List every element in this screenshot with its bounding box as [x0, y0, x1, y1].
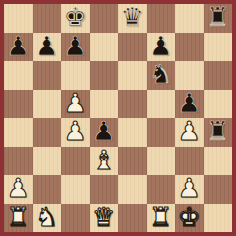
piece-black-knight[interactable]: ♞ [149, 61, 172, 87]
square-f6[interactable]: ♞ [147, 61, 176, 90]
square-a2[interactable]: ♟ [4, 175, 33, 204]
square-h5[interactable] [204, 90, 233, 119]
square-d1[interactable]: ♛ [90, 204, 119, 233]
chess-board: ♚♛♜♟♟♟♟♞♟♟♟♟♟♜♝♟♟♜♞♛♜♚ [4, 4, 232, 232]
piece-white-pawn[interactable]: ♟ [178, 175, 201, 201]
square-e5[interactable] [118, 90, 147, 119]
square-b5[interactable] [33, 90, 62, 119]
square-c6[interactable] [61, 61, 90, 90]
square-g1[interactable]: ♚ [175, 204, 204, 233]
square-f8[interactable] [147, 4, 176, 33]
piece-white-king[interactable]: ♚ [178, 204, 201, 230]
piece-black-rook[interactable]: ♜ [206, 4, 229, 30]
square-g6[interactable] [175, 61, 204, 90]
square-b8[interactable] [33, 4, 62, 33]
square-e2[interactable] [118, 175, 147, 204]
piece-white-pawn[interactable]: ♟ [7, 175, 30, 201]
square-h8[interactable]: ♜ [204, 4, 233, 33]
square-b3[interactable] [33, 147, 62, 176]
square-h3[interactable] [204, 147, 233, 176]
piece-black-king[interactable]: ♚ [64, 4, 87, 30]
square-c8[interactable]: ♚ [61, 4, 90, 33]
square-e6[interactable] [118, 61, 147, 90]
piece-white-pawn[interactable]: ♟ [64, 118, 87, 144]
square-d7[interactable] [90, 33, 119, 62]
square-b2[interactable] [33, 175, 62, 204]
square-d2[interactable] [90, 175, 119, 204]
square-e1[interactable] [118, 204, 147, 233]
square-b7[interactable]: ♟ [33, 33, 62, 62]
piece-black-pawn[interactable]: ♟ [7, 33, 30, 59]
square-e8[interactable]: ♛ [118, 4, 147, 33]
piece-black-queen[interactable]: ♛ [121, 4, 144, 30]
square-c7[interactable]: ♟ [61, 33, 90, 62]
square-a1[interactable]: ♜ [4, 204, 33, 233]
square-c4[interactable]: ♟ [61, 118, 90, 147]
piece-white-rook[interactable]: ♜ [7, 204, 30, 230]
piece-black-rook[interactable]: ♜ [206, 118, 229, 144]
square-g7[interactable] [175, 33, 204, 62]
square-h1[interactable] [204, 204, 233, 233]
square-f4[interactable] [147, 118, 176, 147]
square-g3[interactable] [175, 147, 204, 176]
piece-black-pawn[interactable]: ♟ [149, 33, 172, 59]
square-a3[interactable] [4, 147, 33, 176]
square-d6[interactable] [90, 61, 119, 90]
square-f3[interactable] [147, 147, 176, 176]
square-h7[interactable] [204, 33, 233, 62]
square-c5[interactable]: ♟ [61, 90, 90, 119]
square-h4[interactable]: ♜ [204, 118, 233, 147]
square-b1[interactable]: ♞ [33, 204, 62, 233]
square-a7[interactable]: ♟ [4, 33, 33, 62]
square-h2[interactable] [204, 175, 233, 204]
square-a5[interactable] [4, 90, 33, 119]
chess-board-frame: ♚♛♜♟♟♟♟♞♟♟♟♟♟♜♝♟♟♜♞♛♜♚ [0, 0, 236, 236]
square-d8[interactable] [90, 4, 119, 33]
piece-white-pawn[interactable]: ♟ [178, 118, 201, 144]
piece-white-bishop[interactable]: ♝ [92, 147, 115, 173]
piece-white-pawn[interactable]: ♟ [64, 90, 87, 116]
square-c1[interactable] [61, 204, 90, 233]
square-d4[interactable]: ♟ [90, 118, 119, 147]
piece-white-knight[interactable]: ♞ [35, 204, 58, 230]
square-h6[interactable] [204, 61, 233, 90]
piece-white-rook[interactable]: ♜ [149, 204, 172, 230]
square-f1[interactable]: ♜ [147, 204, 176, 233]
square-g8[interactable] [175, 4, 204, 33]
square-e7[interactable] [118, 33, 147, 62]
square-d3[interactable]: ♝ [90, 147, 119, 176]
square-b6[interactable] [33, 61, 62, 90]
square-g2[interactable]: ♟ [175, 175, 204, 204]
square-c2[interactable] [61, 175, 90, 204]
piece-black-pawn[interactable]: ♟ [64, 33, 87, 59]
square-e4[interactable] [118, 118, 147, 147]
square-f7[interactable]: ♟ [147, 33, 176, 62]
square-g4[interactable]: ♟ [175, 118, 204, 147]
piece-white-queen[interactable]: ♛ [92, 204, 115, 230]
square-c3[interactable] [61, 147, 90, 176]
piece-black-pawn[interactable]: ♟ [178, 90, 201, 116]
square-f5[interactable] [147, 90, 176, 119]
square-a4[interactable] [4, 118, 33, 147]
square-f2[interactable] [147, 175, 176, 204]
piece-black-pawn[interactable]: ♟ [35, 33, 58, 59]
square-d5[interactable] [90, 90, 119, 119]
piece-black-pawn[interactable]: ♟ [92, 118, 115, 144]
square-g5[interactable]: ♟ [175, 90, 204, 119]
square-b4[interactable] [33, 118, 62, 147]
square-a6[interactable] [4, 61, 33, 90]
square-e3[interactable] [118, 147, 147, 176]
square-a8[interactable] [4, 4, 33, 33]
